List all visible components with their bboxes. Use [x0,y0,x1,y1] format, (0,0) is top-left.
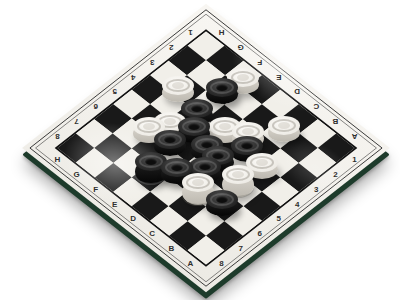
checker-centre-dimple [199,163,211,170]
checker-black[interactable] [206,190,238,217]
checker-centre-dimple [171,164,183,171]
checker-centre-dimple [232,171,244,178]
checker-top-face [206,190,238,209]
checker-top-face [206,78,238,97]
checker-centre-dimple [188,123,200,130]
checker-top-face [268,116,300,135]
checker-centre-dimple [164,136,176,143]
checker-centre-dimple [219,123,231,130]
checker-centre-dimple [143,123,155,130]
checker-top-face [222,165,254,184]
checker-centre-dimple [278,122,290,129]
checker-top-face [162,76,194,95]
checker-centre-dimple [172,82,184,89]
checker-centre-dimple [242,128,254,135]
checker-centre-dimple [237,74,249,81]
checker-centre-dimple [192,179,204,186]
checker-centre-dimple [145,158,157,165]
checker-centre-dimple [241,142,253,149]
checker-centre-dimple [216,84,228,91]
checker-centre-dimple [164,118,176,125]
checker-centre-dimple [256,159,268,166]
checker-top-face [154,130,186,149]
pieces-layer [0,0,400,300]
checker-centre-dimple [191,105,203,112]
photo-stage: 11HH22GG33FF44EE55DD66CC77BB88AA [0,0,400,300]
checker-white[interactable] [268,116,300,143]
checker-centre-dimple [216,196,228,203]
